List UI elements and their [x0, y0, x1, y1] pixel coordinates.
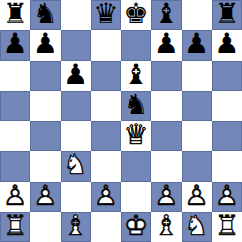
square-g7[interactable]: ♟	[182, 30, 212, 60]
white-bishop-piece[interactable]: ♝♗	[63, 212, 88, 240]
black-knight-piece[interactable]: ♞	[33, 0, 58, 28]
square-c8[interactable]	[61, 0, 91, 30]
black-bishop-piece[interactable]: ♝	[154, 0, 179, 28]
square-e8[interactable]: ♚	[121, 0, 151, 30]
square-a5[interactable]	[0, 91, 30, 121]
white-rook-piece[interactable]: ♜♖	[3, 212, 28, 240]
square-h7[interactable]: ♟	[212, 30, 242, 60]
square-d6[interactable]	[91, 61, 121, 91]
square-f3[interactable]	[151, 151, 181, 181]
black-knight-piece[interactable]: ♞	[124, 91, 149, 119]
square-b2[interactable]: ♟♙	[30, 182, 60, 212]
square-d4[interactable]	[91, 121, 121, 151]
square-f2[interactable]: ♟♙	[151, 182, 181, 212]
black-rook-piece[interactable]: ♜	[214, 0, 239, 28]
square-f5[interactable]	[151, 91, 181, 121]
square-e5[interactable]: ♞	[121, 91, 151, 121]
white-knight-piece[interactable]: ♞♘	[184, 212, 209, 240]
square-a8[interactable]: ♜	[0, 0, 30, 30]
square-b7[interactable]: ♟	[30, 30, 60, 60]
square-g3[interactable]	[182, 151, 212, 181]
square-h5[interactable]	[212, 91, 242, 121]
square-b5[interactable]	[30, 91, 60, 121]
square-h2[interactable]: ♟♙	[212, 182, 242, 212]
square-e4[interactable]: ♛♕	[121, 121, 151, 151]
black-queen-piece[interactable]: ♛	[93, 0, 118, 28]
square-e6[interactable]: ♝	[121, 61, 151, 91]
white-pawn-piece[interactable]: ♟♙	[214, 182, 239, 210]
square-f1[interactable]: ♝♗	[151, 212, 181, 242]
square-e3[interactable]	[121, 151, 151, 181]
black-pawn-piece[interactable]: ♟	[63, 61, 88, 89]
square-g6[interactable]	[182, 61, 212, 91]
white-knight-piece[interactable]: ♞♘	[63, 151, 88, 179]
white-pawn-piece[interactable]: ♟♙	[184, 182, 209, 210]
white-pawn-piece[interactable]: ♟♙	[154, 182, 179, 210]
white-bishop-piece[interactable]: ♝♗	[154, 212, 179, 240]
square-d5[interactable]	[91, 91, 121, 121]
white-rook-piece[interactable]: ♜♖	[214, 212, 239, 240]
square-c1[interactable]: ♝♗	[61, 212, 91, 242]
square-c2[interactable]	[61, 182, 91, 212]
black-rook-piece[interactable]: ♜	[3, 0, 28, 28]
square-h4[interactable]	[212, 121, 242, 151]
square-b3[interactable]	[30, 151, 60, 181]
square-g4[interactable]	[182, 121, 212, 151]
square-d7[interactable]	[91, 30, 121, 60]
white-pawn-piece[interactable]: ♟♙	[93, 182, 118, 210]
black-bishop-piece[interactable]: ♝	[124, 61, 149, 89]
square-g8[interactable]	[182, 0, 212, 30]
white-king-piece[interactable]: ♚♔	[124, 212, 149, 240]
square-d3[interactable]	[91, 151, 121, 181]
square-g5[interactable]	[182, 91, 212, 121]
square-f6[interactable]	[151, 61, 181, 91]
square-e7[interactable]	[121, 30, 151, 60]
white-pawn-piece[interactable]: ♟♙	[33, 182, 58, 210]
black-pawn-piece[interactable]: ♟	[33, 30, 58, 58]
square-g2[interactable]: ♟♙	[182, 182, 212, 212]
square-h3[interactable]	[212, 151, 242, 181]
black-pawn-piece[interactable]: ♟	[214, 30, 239, 58]
square-b1[interactable]	[30, 212, 60, 242]
square-a3[interactable]	[0, 151, 30, 181]
square-a1[interactable]: ♜♖	[0, 212, 30, 242]
square-g1[interactable]: ♞♘	[182, 212, 212, 242]
square-c3[interactable]: ♞♘	[61, 151, 91, 181]
square-e2[interactable]	[121, 182, 151, 212]
black-pawn-piece[interactable]: ♟	[184, 30, 209, 58]
white-queen-piece[interactable]: ♛♕	[124, 121, 149, 149]
chess-board: ♜♞♛♚♝♜♟♟♟♟♟♟♝♞♛♕♞♘♟♙♟♙♟♙♟♙♟♙♟♙♜♖♝♗♚♔♝♗♞♘…	[0, 0, 242, 242]
black-king-piece[interactable]: ♚	[124, 0, 149, 28]
square-d1[interactable]	[91, 212, 121, 242]
square-a4[interactable]	[0, 121, 30, 151]
square-a2[interactable]: ♟♙	[0, 182, 30, 212]
square-h8[interactable]: ♜	[212, 0, 242, 30]
square-b6[interactable]	[30, 61, 60, 91]
square-b4[interactable]	[30, 121, 60, 151]
square-d2[interactable]: ♟♙	[91, 182, 121, 212]
square-c4[interactable]	[61, 121, 91, 151]
square-f4[interactable]	[151, 121, 181, 151]
square-a7[interactable]: ♟	[0, 30, 30, 60]
white-pawn-piece[interactable]: ♟♙	[3, 182, 28, 210]
square-h1[interactable]: ♜♖	[212, 212, 242, 242]
square-c6[interactable]: ♟	[61, 61, 91, 91]
black-pawn-piece[interactable]: ♟	[154, 30, 179, 58]
square-h6[interactable]	[212, 61, 242, 91]
square-c7[interactable]	[61, 30, 91, 60]
square-d8[interactable]: ♛	[91, 0, 121, 30]
square-b8[interactable]: ♞	[30, 0, 60, 30]
square-e1[interactable]: ♚♔	[121, 212, 151, 242]
square-c5[interactable]	[61, 91, 91, 121]
square-a6[interactable]	[0, 61, 30, 91]
black-pawn-piece[interactable]: ♟	[3, 30, 28, 58]
square-f7[interactable]: ♟	[151, 30, 181, 60]
square-f8[interactable]: ♝	[151, 0, 181, 30]
